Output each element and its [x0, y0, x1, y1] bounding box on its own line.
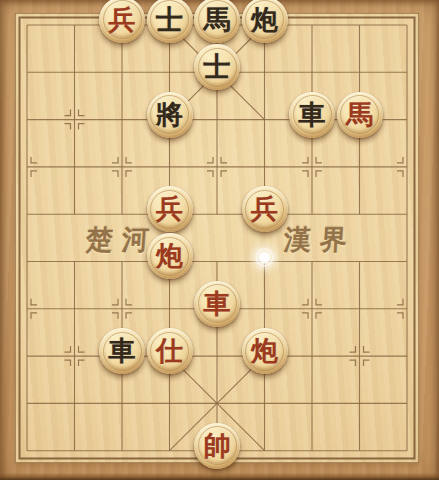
piece-character: 士	[156, 6, 183, 33]
piece-red-general[interactable]: 帥	[194, 423, 240, 469]
piece-character: 兵	[109, 6, 136, 33]
piece-red-advisor[interactable]: 仕	[147, 328, 193, 374]
piece-character: 炮	[251, 337, 278, 364]
piece-character: 炮	[156, 242, 183, 269]
piece-character: 車	[204, 290, 231, 317]
piece-red-soldier[interactable]: 兵	[147, 186, 193, 232]
piece-black-general[interactable]: 將	[147, 92, 193, 138]
piece-character: 將	[156, 101, 183, 128]
piece-red-horse[interactable]: 馬	[337, 92, 383, 138]
piece-black-chariot[interactable]: 車	[99, 328, 145, 374]
move-highlight-dot	[257, 250, 272, 265]
piece-character: 士	[204, 53, 231, 80]
piece-character: 帥	[204, 432, 231, 459]
piece-red-soldier[interactable]: 兵	[242, 186, 288, 232]
piece-character: 炮	[251, 6, 278, 33]
piece-red-cannon[interactable]: 炮	[242, 328, 288, 374]
piece-character: 車	[299, 101, 326, 128]
piece-character: 兵	[156, 195, 183, 222]
piece-character: 馬	[346, 101, 373, 128]
piece-black-advisor[interactable]: 士	[147, 0, 193, 43]
piece-black-cannon[interactable]: 炮	[242, 0, 288, 43]
piece-red-chariot[interactable]: 車	[194, 281, 240, 327]
piece-black-horse[interactable]: 馬	[194, 0, 240, 43]
piece-character: 兵	[251, 195, 278, 222]
piece-black-advisor[interactable]: 士	[194, 44, 240, 90]
xiangqi-app-background: 楚河 漢界 兵士馬炮士將車馬兵兵炮車車仕炮帥	[0, 0, 439, 480]
piece-character: 仕	[156, 337, 183, 364]
board-surface[interactable]: 兵士馬炮士將車馬兵兵炮車車仕炮帥	[3, 1, 431, 474]
piece-black-chariot[interactable]: 車	[289, 92, 335, 138]
piece-character: 馬	[204, 6, 231, 33]
piece-character: 車	[109, 337, 136, 364]
piece-red-soldier[interactable]: 兵	[99, 0, 145, 43]
piece-red-cannon[interactable]: 炮	[147, 233, 193, 279]
board-bottom-shadow	[0, 473, 439, 480]
